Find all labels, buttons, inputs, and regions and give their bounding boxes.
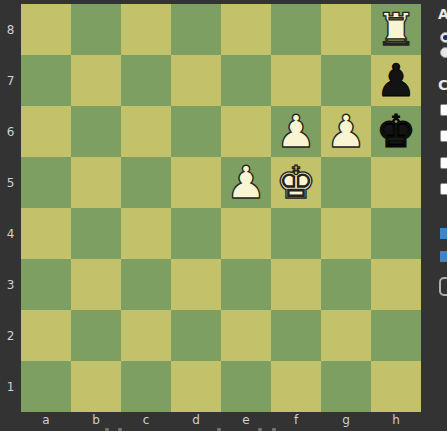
checkbox[interactable] (440, 157, 447, 169)
square-e1[interactable] (221, 361, 271, 412)
square-b2[interactable] (71, 310, 121, 361)
rank-label-5: 5 (0, 157, 21, 208)
link-text-fragment[interactable] (440, 228, 447, 239)
rank-label-8: 8 (0, 4, 21, 55)
panel-heading-c: C (438, 77, 447, 93)
square-c2[interactable] (121, 310, 171, 361)
file-label-a: a (21, 412, 71, 427)
chess-app-screen: 87654321 ♜♟♟♟♚♟♚ abcdefgh AC (0, 0, 447, 431)
square-g2[interactable] (321, 310, 371, 361)
file-label-c: c (121, 412, 171, 427)
square-d7[interactable] (171, 55, 221, 106)
file-label-b: b (71, 412, 121, 427)
square-f7[interactable] (271, 55, 321, 106)
square-f1[interactable] (271, 361, 321, 412)
square-e7[interactable] (221, 55, 271, 106)
square-e6[interactable] (221, 106, 271, 157)
square-h5[interactable] (371, 157, 421, 208)
rank-label-6: 6 (0, 106, 21, 157)
rank-label-4: 4 (0, 208, 21, 259)
square-h7[interactable]: ♟ (371, 55, 421, 106)
square-b5[interactable] (71, 157, 121, 208)
file-label-h: h (371, 412, 421, 427)
piece-black-king[interactable]: ♚ (371, 106, 421, 157)
square-h3[interactable] (371, 259, 421, 310)
checkbox[interactable] (440, 183, 447, 195)
square-g8[interactable] (321, 4, 371, 55)
piece-black-pawn[interactable]: ♟ (371, 55, 421, 106)
rank-label-7: 7 (0, 55, 21, 106)
square-c7[interactable] (121, 55, 171, 106)
square-f8[interactable] (271, 4, 321, 55)
square-a4[interactable] (21, 208, 71, 259)
square-c6[interactable] (121, 106, 171, 157)
square-a3[interactable] (21, 259, 71, 310)
settings-panel: AC (421, 0, 447, 431)
square-b3[interactable] (71, 259, 121, 310)
square-h2[interactable] (371, 310, 421, 361)
square-g4[interactable] (321, 208, 371, 259)
square-g1[interactable] (321, 361, 371, 412)
square-h1[interactable] (371, 361, 421, 412)
square-f2[interactable] (271, 310, 321, 361)
link-text-fragment[interactable] (440, 251, 447, 262)
square-f6[interactable]: ♟ (271, 106, 321, 157)
square-g6[interactable]: ♟ (321, 106, 371, 157)
file-labels: abcdefgh (21, 412, 421, 427)
file-label-f: f (271, 412, 321, 427)
square-a5[interactable] (21, 157, 71, 208)
radio-button[interactable] (440, 47, 447, 58)
square-e4[interactable] (221, 208, 271, 259)
square-b7[interactable] (71, 55, 121, 106)
panel-action-button[interactable] (439, 277, 447, 296)
radio-button-selected[interactable] (440, 32, 447, 43)
rank-label-1: 1 (0, 361, 21, 412)
square-a7[interactable] (21, 55, 71, 106)
square-e3[interactable] (221, 259, 271, 310)
file-label-g: g (321, 412, 371, 427)
square-d8[interactable] (171, 4, 221, 55)
square-c8[interactable] (121, 4, 171, 55)
square-a6[interactable] (21, 106, 71, 157)
square-e5[interactable]: ♟ (221, 157, 271, 208)
panel-heading-a: A (438, 6, 447, 22)
square-e2[interactable] (221, 310, 271, 361)
square-f3[interactable] (271, 259, 321, 310)
square-b4[interactable] (71, 208, 121, 259)
checkbox[interactable] (440, 104, 447, 116)
square-a1[interactable] (21, 361, 71, 412)
square-e8[interactable] (221, 4, 271, 55)
file-label-e: e (221, 412, 271, 427)
square-c4[interactable] (121, 208, 171, 259)
square-h8[interactable]: ♜ (371, 4, 421, 55)
square-h4[interactable] (371, 208, 421, 259)
square-c1[interactable] (121, 361, 171, 412)
square-b8[interactable] (71, 4, 121, 55)
square-c3[interactable] (121, 259, 171, 310)
square-d6[interactable] (171, 106, 221, 157)
square-d5[interactable] (171, 157, 221, 208)
square-d1[interactable] (171, 361, 221, 412)
chess-board: ♜♟♟♟♚♟♚ (21, 4, 421, 412)
square-g5[interactable] (321, 157, 371, 208)
square-b6[interactable] (71, 106, 121, 157)
piece-white-rook[interactable]: ♜ (371, 4, 421, 55)
square-c5[interactable] (121, 157, 171, 208)
piece-white-pawn[interactable]: ♟ (321, 106, 371, 157)
piece-white-king[interactable]: ♚ (271, 157, 321, 208)
square-f4[interactable] (271, 208, 321, 259)
square-g3[interactable] (321, 259, 371, 310)
square-g7[interactable] (321, 55, 371, 106)
rank-labels: 87654321 (0, 4, 21, 412)
square-d4[interactable] (171, 208, 221, 259)
checkbox[interactable] (440, 130, 447, 142)
square-f5[interactable]: ♚ (271, 157, 321, 208)
square-d2[interactable] (171, 310, 221, 361)
file-label-d: d (171, 412, 221, 427)
rank-label-2: 2 (0, 310, 21, 361)
square-b1[interactable] (71, 361, 121, 412)
piece-white-pawn[interactable]: ♟ (221, 157, 271, 208)
rank-label-3: 3 (0, 259, 21, 310)
square-a8[interactable] (21, 4, 71, 55)
square-h6[interactable]: ♚ (371, 106, 421, 157)
square-a2[interactable] (21, 310, 71, 361)
square-d3[interactable] (171, 259, 221, 310)
piece-white-pawn[interactable]: ♟ (271, 106, 321, 157)
